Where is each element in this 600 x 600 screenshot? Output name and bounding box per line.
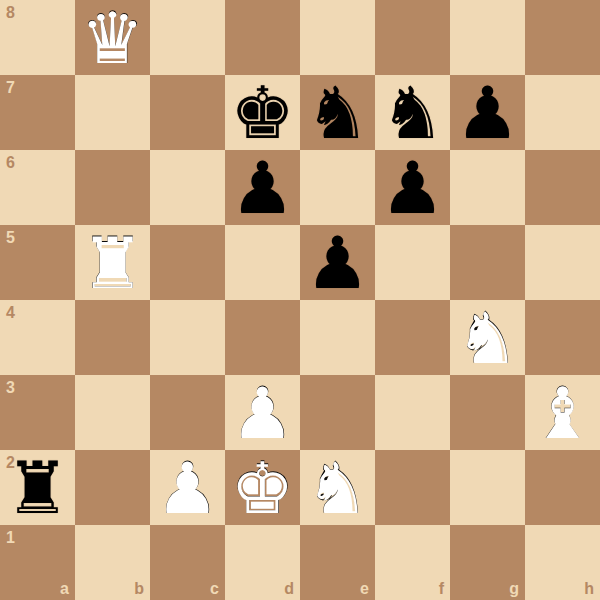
black-pawn-icon[interactable]: ♟ [450,75,525,150]
rank-label-5: 5 [6,230,15,246]
chessboard: 8♛♕7♚♞♞♟6♟♟5♜♖♟4♞♘3♟♙♝♗2♜♟♙♚♔♞♘1abcdefgh [0,0,600,600]
piece-fill: ♛ [81,2,144,73]
square-b2[interactable] [75,450,150,525]
square-h5[interactable] [525,225,600,300]
square-g5[interactable] [450,225,525,300]
square-h1[interactable]: h [525,525,600,600]
square-h8[interactable] [525,0,600,75]
piece-glyph: ♞ [305,77,370,149]
square-g2[interactable] [450,450,525,525]
square-h3[interactable]: ♝♗ [525,375,600,450]
square-a1[interactable]: 1a [0,525,75,600]
piece-glyph: ♞ [380,77,445,149]
file-label-f: f [439,581,444,597]
square-c1[interactable]: c [150,525,225,600]
piece-fill: ♟ [231,377,294,448]
file-label-g: g [509,581,519,597]
white-queen-icon[interactable]: ♛♕ [75,0,150,75]
square-h7[interactable] [525,75,600,150]
square-a2[interactable]: 2♜ [0,450,75,525]
square-a8[interactable]: 8 [0,0,75,75]
piece-glyph: ♟ [380,152,445,224]
square-d1[interactable]: d [225,525,300,600]
black-knight-icon[interactable]: ♞ [300,75,375,150]
black-rook-icon[interactable]: ♜ [0,450,75,525]
piece-glyph: ♟ [230,152,295,224]
square-f1[interactable]: f [375,525,450,600]
square-b8[interactable]: ♛♕ [75,0,150,75]
piece-fill: ♚ [231,452,294,523]
square-b5[interactable]: ♜♖ [75,225,150,300]
square-g1[interactable]: g [450,525,525,600]
square-c7[interactable] [150,75,225,150]
square-h6[interactable] [525,150,600,225]
white-king-icon[interactable]: ♚♔ [225,450,300,525]
piece-fill: ♜ [81,227,144,298]
rank-label-8: 8 [6,5,15,21]
file-label-b: b [134,581,144,597]
square-d3[interactable]: ♟♙ [225,375,300,450]
file-label-e: e [360,581,369,597]
square-d2[interactable]: ♚♔ [225,450,300,525]
file-label-c: c [210,581,219,597]
square-f4[interactable] [375,300,450,375]
rank-label-7: 7 [6,80,15,96]
square-c8[interactable] [150,0,225,75]
square-a7[interactable]: 7 [0,75,75,150]
white-bishop-icon[interactable]: ♝♗ [525,375,600,450]
square-h4[interactable] [525,300,600,375]
piece-glyph: ♜ [5,452,70,524]
square-a6[interactable]: 6 [0,150,75,225]
file-label-a: a [60,581,69,597]
black-pawn-icon[interactable]: ♟ [375,150,450,225]
square-g6[interactable] [450,150,525,225]
white-pawn-icon[interactable]: ♟♙ [225,375,300,450]
square-f2[interactable] [375,450,450,525]
square-d4[interactable] [225,300,300,375]
square-a4[interactable]: 4 [0,300,75,375]
rank-label-3: 3 [6,380,15,396]
piece-fill: ♝ [531,377,594,448]
square-d7[interactable]: ♚ [225,75,300,150]
piece-glyph: ♚ [230,77,295,149]
white-rook-icon[interactable]: ♜♖ [75,225,150,300]
piece-glyph: ♟ [455,77,520,149]
square-e6[interactable] [300,150,375,225]
square-b1[interactable]: b [75,525,150,600]
square-g7[interactable]: ♟ [450,75,525,150]
square-a3[interactable]: 3 [0,375,75,450]
black-pawn-icon[interactable]: ♟ [300,225,375,300]
square-c4[interactable] [150,300,225,375]
square-f7[interactable]: ♞ [375,75,450,150]
black-pawn-icon[interactable]: ♟ [225,150,300,225]
file-label-d: d [284,581,294,597]
white-knight-icon[interactable]: ♞♘ [450,300,525,375]
square-a5[interactable]: 5 [0,225,75,300]
square-g8[interactable] [450,0,525,75]
square-e3[interactable] [300,375,375,450]
square-e5[interactable]: ♟ [300,225,375,300]
square-e4[interactable] [300,300,375,375]
white-knight-icon[interactable]: ♞♘ [300,450,375,525]
square-f5[interactable] [375,225,450,300]
square-h2[interactable] [525,450,600,525]
rank-label-1: 1 [6,530,15,546]
square-d5[interactable] [225,225,300,300]
piece-fill: ♟ [156,452,219,523]
piece-glyph: ♟ [305,227,370,299]
square-g4[interactable]: ♞♘ [450,300,525,375]
file-label-h: h [584,581,594,597]
square-g3[interactable] [450,375,525,450]
square-e8[interactable] [300,0,375,75]
rank-label-4: 4 [6,305,15,321]
rank-label-6: 6 [6,155,15,171]
square-c5[interactable] [150,225,225,300]
square-f3[interactable] [375,375,450,450]
square-d8[interactable] [225,0,300,75]
piece-fill: ♞ [456,302,519,373]
black-king-icon[interactable]: ♚ [225,75,300,150]
square-f8[interactable] [375,0,450,75]
square-b4[interactable] [75,300,150,375]
square-b3[interactable] [75,375,150,450]
square-f6[interactable]: ♟ [375,150,450,225]
square-e7[interactable]: ♞ [300,75,375,150]
square-e1[interactable]: e [300,525,375,600]
square-c3[interactable] [150,375,225,450]
piece-fill: ♞ [306,452,369,523]
square-b7[interactable] [75,75,150,150]
white-pawn-icon[interactable]: ♟♙ [150,450,225,525]
square-e2[interactable]: ♞♘ [300,450,375,525]
square-d6[interactable]: ♟ [225,150,300,225]
square-c2[interactable]: ♟♙ [150,450,225,525]
square-b6[interactable] [75,150,150,225]
square-c6[interactable] [150,150,225,225]
black-knight-icon[interactable]: ♞ [375,75,450,150]
